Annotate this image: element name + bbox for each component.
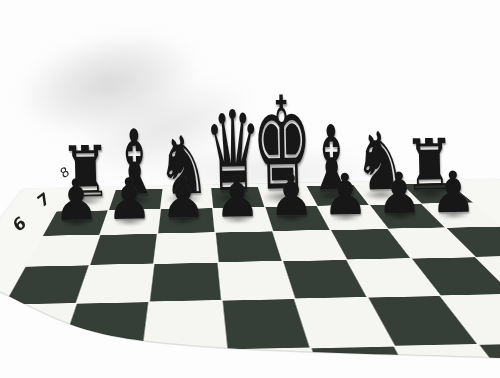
mat-bottom-edge-curl	[0, 0, 500, 378]
product-photo-scene: 876 ♜♝♞♛♚♝♞♜♟♟♟♟♟♟♟♟	[0, 0, 500, 378]
